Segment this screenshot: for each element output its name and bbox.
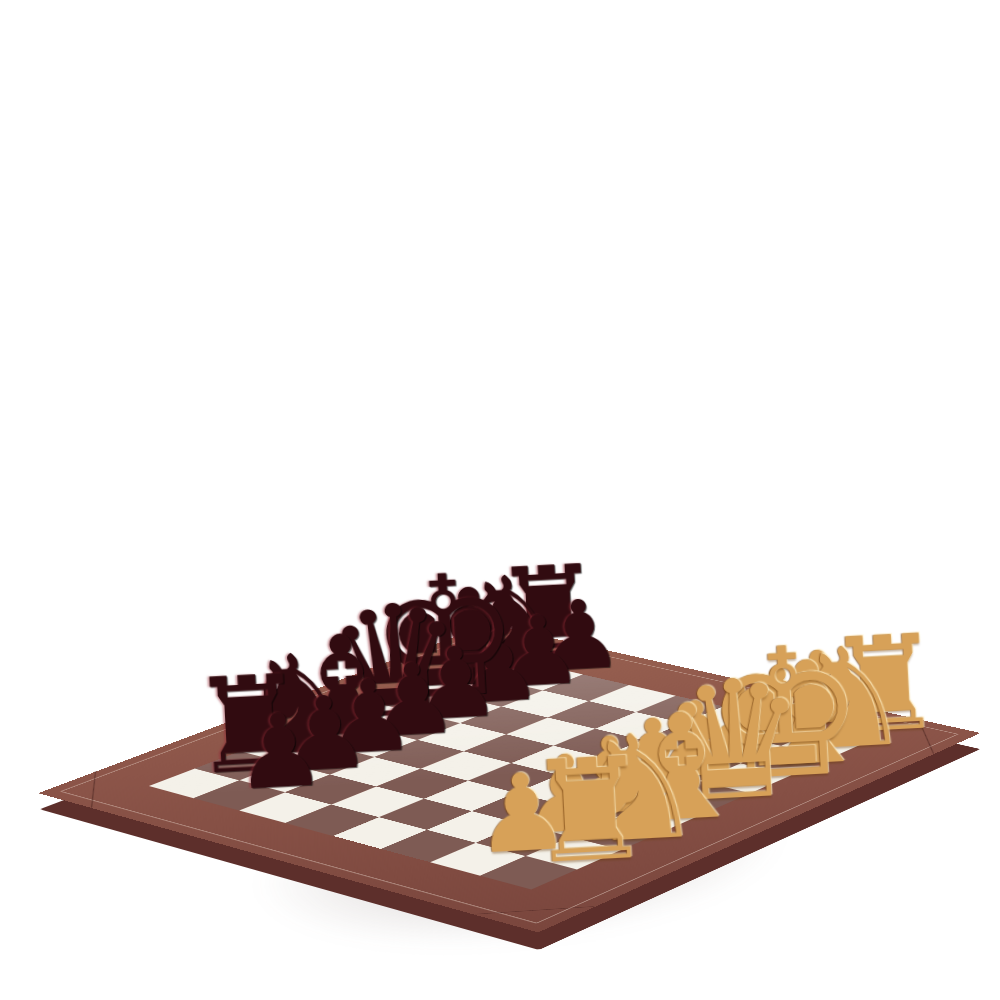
chess-set-photo: ♜♞♝♛♚♝♞♜♟♟♟♟♟♟♟♟♟♟♟♟♟♟♟♟♜♞♝♛♚♝♞♜ — [0, 0, 1000, 1000]
square-h8: ♜ — [453, 654, 538, 680]
frame-miter-seam — [440, 624, 541, 654]
white-rook: ♜ — [823, 619, 894, 753]
square-d5 — [421, 751, 511, 780]
black-rook: ♜ — [490, 550, 557, 676]
black-pawn: ♟ — [535, 588, 601, 686]
square-d6 — [374, 740, 464, 769]
white-knight: ♞ — [783, 629, 855, 770]
black-pawn: ♟ — [494, 603, 560, 702]
white-pawn: ♟ — [772, 638, 841, 741]
